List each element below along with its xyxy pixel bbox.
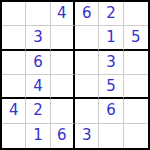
cell-r2c5[interactable]: 1: [99, 26, 123, 50]
cell-r6c3[interactable]: 6: [51, 124, 75, 148]
cell-r3c1[interactable]: [2, 51, 26, 75]
cell-r3c6[interactable]: [124, 51, 148, 75]
cell-r5c2[interactable]: 2: [26, 99, 50, 123]
cell-r3c3[interactable]: [51, 51, 75, 75]
cell-r4c5[interactable]: 5: [99, 75, 123, 99]
cell-r5c5[interactable]: 6: [99, 99, 123, 123]
cell-r3c4[interactable]: [75, 51, 99, 75]
cell-r1c4[interactable]: 6: [75, 2, 99, 26]
sudoku-board: 4 6 2 3 1 5 6 3 4 5 4 2 6 1 6 3: [0, 0, 150, 150]
cell-r2c4[interactable]: [75, 26, 99, 50]
cell-r3c2[interactable]: 6: [26, 51, 50, 75]
cell-r4c2[interactable]: 4: [26, 75, 50, 99]
cell-r3c5[interactable]: 3: [99, 51, 123, 75]
cell-r1c1[interactable]: [2, 2, 26, 26]
cell-r5c6[interactable]: [124, 99, 148, 123]
cell-r6c2[interactable]: 1: [26, 124, 50, 148]
cell-r5c3[interactable]: [51, 99, 75, 123]
cell-r4c3[interactable]: [51, 75, 75, 99]
cell-r4c4[interactable]: [75, 75, 99, 99]
cell-r6c1[interactable]: [2, 124, 26, 148]
cell-r4c6[interactable]: [124, 75, 148, 99]
cell-r2c2[interactable]: 3: [26, 26, 50, 50]
cell-r2c6[interactable]: 5: [124, 26, 148, 50]
cell-r6c6[interactable]: [124, 124, 148, 148]
cell-r6c4[interactable]: 3: [75, 124, 99, 148]
cell-r2c1[interactable]: [2, 26, 26, 50]
cell-r4c1[interactable]: [2, 75, 26, 99]
cell-r1c6[interactable]: [124, 2, 148, 26]
cell-r1c2[interactable]: [26, 2, 50, 26]
cell-r2c3[interactable]: [51, 26, 75, 50]
cell-r6c5[interactable]: [99, 124, 123, 148]
cell-r1c3[interactable]: 4: [51, 2, 75, 26]
cell-r5c1[interactable]: 4: [2, 99, 26, 123]
cell-r5c4[interactable]: [75, 99, 99, 123]
cell-r1c5[interactable]: 2: [99, 2, 123, 26]
